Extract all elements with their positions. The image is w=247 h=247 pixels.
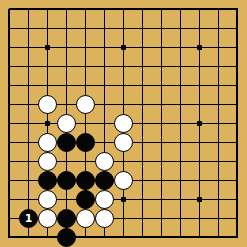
- white-stone: [38, 133, 57, 152]
- intersection-1-8[interactable]: [0, 133, 19, 152]
- intersection-13-7[interactable]: [228, 114, 247, 133]
- hoshi-dot: [121, 45, 126, 50]
- white-stone: [57, 114, 76, 133]
- intersection-10-2[interactable]: [171, 19, 190, 38]
- intersection-1-9[interactable]: [0, 152, 19, 171]
- intersection-5-11[interactable]: [76, 190, 95, 209]
- white-stone: [38, 209, 57, 228]
- intersection-4-4[interactable]: [57, 57, 76, 76]
- intersection-11-1[interactable]: [190, 0, 209, 19]
- intersection-6-9[interactable]: [95, 152, 114, 171]
- intersection-12-1[interactable]: [209, 0, 228, 19]
- white-stone: [76, 209, 95, 228]
- intersection-10-11[interactable]: [171, 190, 190, 209]
- intersection-7-9[interactable]: [114, 152, 133, 171]
- intersection-13-8[interactable]: [228, 133, 247, 152]
- intersection-12-13[interactable]: [209, 228, 228, 247]
- black-stone: [57, 133, 76, 152]
- intersection-2-5[interactable]: [19, 76, 38, 95]
- intersection-2-4[interactable]: [19, 57, 38, 76]
- black-stone: [57, 209, 76, 228]
- intersection-7-5[interactable]: [114, 76, 133, 95]
- black-stone: [57, 228, 76, 247]
- intersection-11-6[interactable]: [190, 95, 209, 114]
- intersection-9-3[interactable]: [152, 38, 171, 57]
- intersection-10-9[interactable]: [171, 152, 190, 171]
- intersection-9-2[interactable]: [152, 19, 171, 38]
- intersection-3-7[interactable]: [38, 114, 57, 133]
- intersection-7-13[interactable]: [114, 228, 133, 247]
- intersection-9-12[interactable]: [152, 209, 171, 228]
- intersection-1-7[interactable]: [0, 114, 19, 133]
- intersection-12-10[interactable]: [209, 171, 228, 190]
- intersection-13-2[interactable]: [228, 19, 247, 38]
- hoshi-dot: [121, 197, 126, 202]
- intersection-2-10[interactable]: [19, 171, 38, 190]
- intersection-4-7[interactable]: [57, 114, 76, 133]
- board-grid: 1: [0, 0, 247, 247]
- intersection-4-1[interactable]: [57, 0, 76, 19]
- white-stone: [95, 209, 114, 228]
- intersection-8-13[interactable]: [133, 228, 152, 247]
- intersection-7-10[interactable]: [114, 171, 133, 190]
- intersection-3-8[interactable]: [38, 133, 57, 152]
- intersection-12-9[interactable]: [209, 152, 228, 171]
- intersection-10-4[interactable]: [171, 57, 190, 76]
- white-stone: [95, 190, 114, 209]
- intersection-5-3[interactable]: [76, 38, 95, 57]
- intersection-2-3[interactable]: [19, 38, 38, 57]
- intersection-4-13[interactable]: [57, 228, 76, 247]
- intersection-5-8[interactable]: [76, 133, 95, 152]
- intersection-12-8[interactable]: [209, 133, 228, 152]
- intersection-3-9[interactable]: [38, 152, 57, 171]
- intersection-11-9[interactable]: [190, 152, 209, 171]
- intersection-8-9[interactable]: [133, 152, 152, 171]
- intersection-10-1[interactable]: [171, 0, 190, 19]
- intersection-1-12[interactable]: [0, 209, 19, 228]
- intersection-9-8[interactable]: [152, 133, 171, 152]
- intersection-6-12[interactable]: [95, 209, 114, 228]
- intersection-5-6[interactable]: [76, 95, 95, 114]
- intersection-13-4[interactable]: [228, 57, 247, 76]
- intersection-6-2[interactable]: [95, 19, 114, 38]
- intersection-8-6[interactable]: [133, 95, 152, 114]
- intersection-8-1[interactable]: [133, 0, 152, 19]
- intersection-6-4[interactable]: [95, 57, 114, 76]
- intersection-6-13[interactable]: [95, 228, 114, 247]
- intersection-8-7[interactable]: [133, 114, 152, 133]
- intersection-9-5[interactable]: [152, 76, 171, 95]
- intersection-13-1[interactable]: [228, 0, 247, 19]
- intersection-7-12[interactable]: [114, 209, 133, 228]
- intersection-11-10[interactable]: [190, 171, 209, 190]
- intersection-3-4[interactable]: [38, 57, 57, 76]
- black-stone: [76, 190, 95, 209]
- white-stone: [38, 95, 57, 114]
- black-stone: [76, 133, 95, 152]
- intersection-12-12[interactable]: [209, 209, 228, 228]
- hoshi-dot: [45, 45, 50, 50]
- intersection-6-3[interactable]: [95, 38, 114, 57]
- intersection-5-9[interactable]: [76, 152, 95, 171]
- intersection-9-10[interactable]: [152, 171, 171, 190]
- intersection-2-12[interactable]: 1: [19, 209, 38, 228]
- intersection-10-7[interactable]: [171, 114, 190, 133]
- intersection-6-11[interactable]: [95, 190, 114, 209]
- intersection-2-2[interactable]: [19, 19, 38, 38]
- intersection-2-13[interactable]: [19, 228, 38, 247]
- intersection-1-11[interactable]: [0, 190, 19, 209]
- intersection-5-2[interactable]: [76, 19, 95, 38]
- intersection-13-10[interactable]: [228, 171, 247, 190]
- white-stone: [114, 133, 133, 152]
- intersection-6-7[interactable]: [95, 114, 114, 133]
- black-stone: [38, 171, 57, 190]
- intersection-11-8[interactable]: [190, 133, 209, 152]
- intersection-5-10[interactable]: [76, 171, 95, 190]
- hoshi-dot: [197, 45, 202, 50]
- intersection-1-13[interactable]: [0, 228, 19, 247]
- hoshi-dot: [45, 121, 50, 126]
- intersection-11-12[interactable]: [190, 209, 209, 228]
- intersection-5-5[interactable]: [76, 76, 95, 95]
- intersection-10-13[interactable]: [171, 228, 190, 247]
- intersection-3-11[interactable]: [38, 190, 57, 209]
- intersection-9-13[interactable]: [152, 228, 171, 247]
- intersection-9-11[interactable]: [152, 190, 171, 209]
- hoshi-dot: [197, 197, 202, 202]
- intersection-11-4[interactable]: [190, 57, 209, 76]
- intersection-10-8[interactable]: [171, 133, 190, 152]
- intersection-7-4[interactable]: [114, 57, 133, 76]
- intersection-13-3[interactable]: [228, 38, 247, 57]
- intersection-2-7[interactable]: [19, 114, 38, 133]
- intersection-8-3[interactable]: [133, 38, 152, 57]
- intersection-13-9[interactable]: [228, 152, 247, 171]
- black-stone: [76, 171, 95, 190]
- intersection-10-3[interactable]: [171, 38, 190, 57]
- intersection-9-7[interactable]: [152, 114, 171, 133]
- intersection-8-10[interactable]: [133, 171, 152, 190]
- intersection-2-1[interactable]: [19, 0, 38, 19]
- intersection-1-6[interactable]: [0, 95, 19, 114]
- intersection-7-2[interactable]: [114, 19, 133, 38]
- intersection-7-8[interactable]: [114, 133, 133, 152]
- intersection-5-4[interactable]: [76, 57, 95, 76]
- intersection-1-4[interactable]: [0, 57, 19, 76]
- intersection-10-6[interactable]: [171, 95, 190, 114]
- intersection-5-1[interactable]: [76, 0, 95, 19]
- intersection-12-2[interactable]: [209, 19, 228, 38]
- go-board: 1: [0, 0, 247, 247]
- intersection-11-7[interactable]: [190, 114, 209, 133]
- intersection-2-6[interactable]: [19, 95, 38, 114]
- black-stone: 1: [19, 209, 38, 228]
- intersection-13-12[interactable]: [228, 209, 247, 228]
- intersection-11-2[interactable]: [190, 19, 209, 38]
- intersection-8-2[interactable]: [133, 19, 152, 38]
- intersection-1-3[interactable]: [0, 38, 19, 57]
- intersection-7-11[interactable]: [114, 190, 133, 209]
- intersection-1-5[interactable]: [0, 76, 19, 95]
- intersection-6-1[interactable]: [95, 0, 114, 19]
- white-stone: [38, 190, 57, 209]
- intersection-3-13[interactable]: [38, 228, 57, 247]
- intersection-4-5[interactable]: [57, 76, 76, 95]
- intersection-9-6[interactable]: [152, 95, 171, 114]
- white-stone: [38, 152, 57, 171]
- intersection-11-11[interactable]: [190, 190, 209, 209]
- intersection-2-11[interactable]: [19, 190, 38, 209]
- intersection-5-12[interactable]: [76, 209, 95, 228]
- white-stone: [114, 171, 133, 190]
- intersection-9-9[interactable]: [152, 152, 171, 171]
- intersection-3-5[interactable]: [38, 76, 57, 95]
- intersection-7-1[interactable]: [114, 0, 133, 19]
- white-stone: [76, 95, 95, 114]
- intersection-3-2[interactable]: [38, 19, 57, 38]
- intersection-6-5[interactable]: [95, 76, 114, 95]
- intersection-4-11[interactable]: [57, 190, 76, 209]
- intersection-4-9[interactable]: [57, 152, 76, 171]
- intersection-12-4[interactable]: [209, 57, 228, 76]
- intersection-5-13[interactable]: [76, 228, 95, 247]
- intersection-10-12[interactable]: [171, 209, 190, 228]
- black-stone: [95, 171, 114, 190]
- intersection-2-8[interactable]: [19, 133, 38, 152]
- intersection-9-4[interactable]: [152, 57, 171, 76]
- intersection-7-3[interactable]: [114, 38, 133, 57]
- intersection-3-10[interactable]: [38, 171, 57, 190]
- intersection-6-6[interactable]: [95, 95, 114, 114]
- intersection-4-10[interactable]: [57, 171, 76, 190]
- intersection-8-4[interactable]: [133, 57, 152, 76]
- intersection-13-5[interactable]: [228, 76, 247, 95]
- intersection-10-10[interactable]: [171, 171, 190, 190]
- intersection-8-8[interactable]: [133, 133, 152, 152]
- intersection-10-5[interactable]: [171, 76, 190, 95]
- hoshi-dot: [197, 121, 202, 126]
- intersection-11-5[interactable]: [190, 76, 209, 95]
- intersection-3-12[interactable]: [38, 209, 57, 228]
- intersection-4-2[interactable]: [57, 19, 76, 38]
- intersection-9-1[interactable]: [152, 0, 171, 19]
- intersection-12-5[interactable]: [209, 76, 228, 95]
- intersection-12-6[interactable]: [209, 95, 228, 114]
- intersection-12-7[interactable]: [209, 114, 228, 133]
- intersection-13-13[interactable]: [228, 228, 247, 247]
- intersection-8-11[interactable]: [133, 190, 152, 209]
- intersection-8-12[interactable]: [133, 209, 152, 228]
- intersection-11-3[interactable]: [190, 38, 209, 57]
- white-stone: [95, 152, 114, 171]
- intersection-4-3[interactable]: [57, 38, 76, 57]
- intersection-3-6[interactable]: [38, 95, 57, 114]
- intersection-8-5[interactable]: [133, 76, 152, 95]
- intersection-1-10[interactable]: [0, 171, 19, 190]
- intersection-13-6[interactable]: [228, 95, 247, 114]
- intersection-4-12[interactable]: [57, 209, 76, 228]
- move-number-label: 1: [25, 213, 33, 224]
- intersection-12-11[interactable]: [209, 190, 228, 209]
- intersection-12-3[interactable]: [209, 38, 228, 57]
- intersection-5-7[interactable]: [76, 114, 95, 133]
- intersection-11-13[interactable]: [190, 228, 209, 247]
- intersection-2-9[interactable]: [19, 152, 38, 171]
- intersection-3-1[interactable]: [38, 0, 57, 19]
- intersection-7-7[interactable]: [114, 114, 133, 133]
- intersection-1-2[interactable]: [0, 19, 19, 38]
- intersection-4-8[interactable]: [57, 133, 76, 152]
- white-stone: [114, 114, 133, 133]
- intersection-6-10[interactable]: [95, 171, 114, 190]
- intersection-6-8[interactable]: [95, 133, 114, 152]
- black-stone: [57, 171, 76, 190]
- intersection-7-6[interactable]: [114, 95, 133, 114]
- intersection-13-11[interactable]: [228, 190, 247, 209]
- intersection-1-1[interactable]: [0, 0, 19, 19]
- intersection-4-6[interactable]: [57, 95, 76, 114]
- intersection-3-3[interactable]: [38, 38, 57, 57]
